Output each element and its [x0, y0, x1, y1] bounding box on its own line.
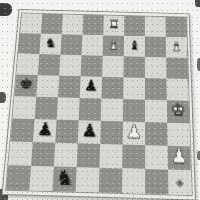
white-bishop[interactable]: ♝: [107, 38, 119, 51]
square-e7[interactable]: ♝: [103, 35, 124, 56]
white-king[interactable]: ♚: [170, 101, 186, 118]
square-h1[interactable]: ◈: [168, 170, 192, 195]
black-knight[interactable]: ♞: [55, 166, 75, 188]
square-b3[interactable]: ♟: [33, 119, 57, 143]
square-f1[interactable]: [122, 168, 145, 193]
photo-artifact: [0, 92, 6, 103]
photo-background: ♜♞♝♝♝♚♟♚♟♟♟♟♞◈ Chessmaster: [0, 0, 200, 200]
square-g6[interactable]: [145, 57, 167, 79]
square-c4[interactable]: [57, 97, 80, 120]
square-a5[interactable]: ♚: [15, 75, 38, 97]
square-d1[interactable]: [76, 167, 100, 192]
square-f8[interactable]: [124, 16, 145, 36]
black-knight[interactable]: ♞: [44, 36, 57, 49]
brand-text: Chessmaster: [185, 51, 191, 85]
square-c6[interactable]: [59, 55, 81, 77]
square-h2[interactable]: ♟: [168, 146, 191, 171]
white-pawn[interactable]: ♟: [170, 146, 188, 166]
square-c5[interactable]: [58, 76, 81, 98]
square-g3[interactable]: [145, 122, 168, 146]
square-d2[interactable]: [77, 143, 100, 167]
square-g5[interactable]: [145, 78, 167, 100]
maker-logo: ◈: [176, 177, 184, 188]
board: ♜♞♝♝♝♚♟♚♟♟♟♟♞◈: [6, 13, 191, 195]
photo-artifact: [195, 0, 200, 7]
square-e8[interactable]: ♜: [103, 15, 124, 35]
photo-artifact: [197, 58, 200, 71]
square-g7[interactable]: [145, 36, 166, 57]
square-f7[interactable]: ♝: [124, 36, 145, 57]
square-a6[interactable]: [16, 54, 39, 76]
black-pawn[interactable]: ♟: [84, 78, 99, 93]
square-e2[interactable]: [99, 144, 122, 168]
square-h4[interactable]: ♚: [167, 100, 190, 123]
square-d4[interactable]: [79, 98, 102, 121]
square-a7[interactable]: [18, 33, 41, 54]
photo-artifact: [0, 3, 12, 16]
square-d3[interactable]: ♟: [78, 120, 101, 144]
black-pawn[interactable]: ♟: [81, 121, 98, 139]
board-frame: ♜♞♝♝♝♚♟♚♟♟♟♟♞◈ Chessmaster: [1, 9, 196, 200]
square-a2[interactable]: [8, 141, 32, 165]
square-h8[interactable]: [165, 17, 186, 37]
square-b1[interactable]: [29, 166, 54, 191]
square-a3[interactable]: [10, 118, 34, 142]
square-d6[interactable]: [81, 55, 103, 77]
square-b2[interactable]: [31, 142, 55, 166]
square-e6[interactable]: [102, 56, 124, 78]
square-b7[interactable]: ♞: [39, 34, 61, 55]
square-g8[interactable]: [145, 17, 166, 37]
square-f4[interactable]: [123, 99, 145, 122]
square-d8[interactable]: [82, 15, 103, 35]
black-king[interactable]: ♚: [19, 76, 34, 91]
square-g2[interactable]: [145, 145, 168, 169]
square-e3[interactable]: [100, 121, 123, 145]
square-b6[interactable]: [38, 54, 61, 76]
square-f2[interactable]: [122, 145, 145, 169]
square-a8[interactable]: [20, 13, 42, 33]
square-b8[interactable]: [41, 14, 63, 34]
photo-artifact: [197, 151, 200, 160]
square-g1[interactable]: [145, 169, 168, 194]
square-g4[interactable]: [145, 100, 167, 123]
square-f5[interactable]: [123, 77, 145, 99]
white-pawn[interactable]: ♟: [126, 122, 142, 140]
square-f3[interactable]: ♟: [123, 121, 145, 145]
square-c1[interactable]: ♞: [52, 166, 76, 191]
square-d5[interactable]: ♟: [80, 76, 102, 98]
black-bishop[interactable]: ♝: [128, 38, 140, 51]
square-h7[interactable]: ♝: [166, 37, 188, 58]
square-a4[interactable]: [13, 96, 37, 119]
white-rook[interactable]: ♜: [108, 18, 119, 29]
square-f6[interactable]: [123, 56, 144, 78]
square-b4[interactable]: [35, 97, 58, 120]
white-bishop[interactable]: ♝: [170, 39, 182, 52]
square-e5[interactable]: [101, 77, 123, 99]
square-e1[interactable]: [99, 168, 123, 193]
square-d7[interactable]: [82, 35, 104, 56]
square-b5[interactable]: [36, 75, 59, 97]
square-c7[interactable]: [60, 34, 82, 55]
square-c8[interactable]: [62, 14, 84, 34]
square-e4[interactable]: [101, 99, 123, 122]
square-c3[interactable]: [55, 120, 78, 144]
black-pawn[interactable]: ♟: [36, 120, 53, 138]
square-a1[interactable]: [6, 165, 31, 190]
